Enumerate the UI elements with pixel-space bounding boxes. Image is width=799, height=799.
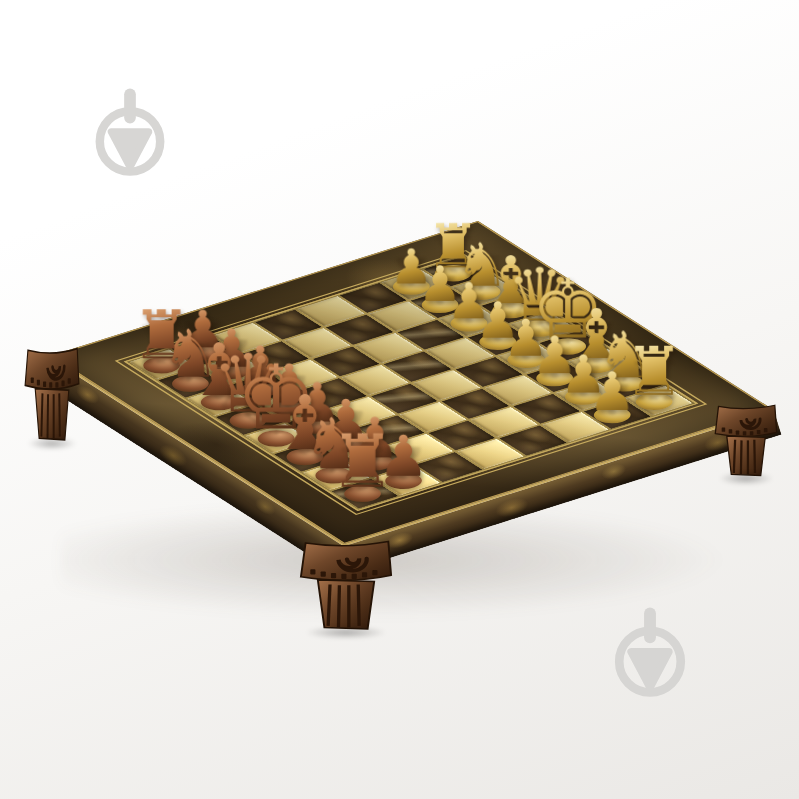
- watermark-triangle: [111, 132, 148, 167]
- watermark-logo-top-left: [77, 81, 183, 191]
- piece-glyph: ♟: [588, 366, 636, 419]
- watermark-stem: [124, 88, 136, 123]
- chess-board: ♜♜♞♞♝♝♛♛♚♚♝♝♞♞♜♜♟♟♟♟♟♟♟♟♟♟♟♟♟♟♟♟♟♟♟♟♟♟♟♟…: [50, 221, 772, 544]
- board-frame: ♜♜♞♞♝♝♛♛♚♚♝♝♞♞♜♜♟♟♟♟♟♟♟♟♟♟♟♟♟♟♟♟♟♟♟♟♟♟♟♟…: [50, 221, 772, 544]
- foot-flute-block: [35, 389, 69, 440]
- board-foot-left: [24, 347, 80, 443]
- board-foot-bottom: [299, 540, 393, 632]
- foot-flute-block: [727, 436, 765, 475]
- board-foot-right: [714, 404, 778, 478]
- product-photo-stage: ♜♜♞♞♝♝♛♛♚♚♝♝♞♞♜♜♟♟♟♟♟♟♟♟♟♟♟♟♟♟♟♟♟♟♟♟♟♟♟♟…: [0, 0, 799, 799]
- piece-glyph: ♜: [329, 425, 395, 498]
- foot-flute-block: [318, 580, 374, 629]
